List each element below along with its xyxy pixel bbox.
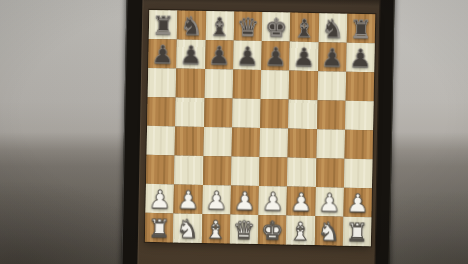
square-a1[interactable]: ♜ bbox=[145, 213, 174, 243]
square-a6[interactable] bbox=[148, 68, 177, 98]
square-c5[interactable] bbox=[204, 98, 233, 128]
piece-black-pawn[interactable]: ♟ bbox=[208, 42, 231, 68]
piece-white-knight[interactable]: ♞ bbox=[317, 218, 340, 244]
square-f7[interactable]: ♟ bbox=[289, 42, 318, 72]
square-c6[interactable] bbox=[204, 69, 233, 99]
piece-black-king[interactable]: ♚ bbox=[265, 14, 288, 40]
square-g8[interactable]: ♞ bbox=[318, 13, 347, 43]
square-e8[interactable]: ♚ bbox=[262, 12, 291, 42]
piece-white-pawn[interactable]: ♟ bbox=[318, 189, 341, 215]
piece-white-queen[interactable]: ♛ bbox=[233, 216, 256, 242]
square-g1[interactable]: ♞ bbox=[314, 216, 343, 246]
square-h7[interactable]: ♟ bbox=[346, 43, 375, 73]
square-d3[interactable] bbox=[231, 156, 260, 186]
square-e4[interactable] bbox=[260, 128, 289, 158]
square-g3[interactable] bbox=[315, 158, 344, 188]
piece-black-rook[interactable]: ♜ bbox=[152, 11, 175, 37]
square-f4[interactable] bbox=[288, 129, 317, 159]
piece-white-pawn[interactable]: ♟ bbox=[346, 189, 369, 215]
piece-white-pawn[interactable]: ♟ bbox=[205, 186, 228, 212]
square-e5[interactable] bbox=[260, 99, 289, 129]
piece-white-rook[interactable]: ♜ bbox=[148, 214, 171, 240]
square-g4[interactable] bbox=[316, 129, 345, 159]
piece-white-pawn[interactable]: ♟ bbox=[177, 186, 200, 212]
square-b7[interactable]: ♟ bbox=[176, 39, 205, 69]
square-c8[interactable]: ♝ bbox=[205, 11, 234, 41]
piece-black-pawn[interactable]: ♟ bbox=[236, 42, 259, 68]
piece-white-rook[interactable]: ♜ bbox=[346, 218, 369, 244]
square-c7[interactable]: ♟ bbox=[205, 40, 234, 70]
square-e3[interactable] bbox=[259, 157, 288, 187]
square-g6[interactable] bbox=[317, 71, 346, 101]
piece-white-bishop[interactable]: ♝ bbox=[289, 217, 312, 243]
chess-board: ♜♞♝♛♚♝♞♜♟♟♟♟♟♟♟♟♟♟♟♟♟♟♟♟♜♞♝♛♚♝♞♜ bbox=[145, 10, 375, 246]
piece-white-pawn[interactable]: ♟ bbox=[148, 185, 171, 211]
photo-frame: ♜♞♝♛♚♝♞♜♟♟♟♟♟♟♟♟♟♟♟♟♟♟♟♟♜♞♝♛♚♝♞♜ bbox=[0, 0, 468, 264]
square-d7[interactable]: ♟ bbox=[233, 41, 262, 71]
square-f1[interactable]: ♝ bbox=[286, 216, 315, 246]
square-a3[interactable] bbox=[146, 155, 175, 185]
square-b1[interactable]: ♞ bbox=[173, 213, 202, 243]
piece-white-pawn[interactable]: ♟ bbox=[290, 188, 313, 214]
square-f3[interactable] bbox=[287, 158, 316, 188]
square-d8[interactable]: ♛ bbox=[234, 12, 263, 42]
square-b5[interactable] bbox=[175, 97, 204, 127]
piece-black-bishop[interactable]: ♝ bbox=[293, 14, 316, 40]
piece-black-queen[interactable]: ♛ bbox=[236, 13, 259, 39]
square-f2[interactable]: ♟ bbox=[287, 187, 316, 217]
piece-black-pawn[interactable]: ♟ bbox=[349, 44, 372, 70]
piece-black-knight[interactable]: ♞ bbox=[180, 12, 203, 38]
square-d6[interactable] bbox=[232, 70, 261, 100]
chess-app-screen: ♜♞♝♛♚♝♞♜♟♟♟♟♟♟♟♟♟♟♟♟♟♟♟♟♜♞♝♛♚♝♞♜ bbox=[137, 0, 381, 264]
smartphone: ♜♞♝♛♚♝♞♜♟♟♟♟♟♟♟♟♟♟♟♟♟♟♟♟♜♞♝♛♚♝♞♜ bbox=[121, 0, 395, 264]
square-h4[interactable] bbox=[344, 130, 373, 160]
square-f5[interactable] bbox=[288, 100, 317, 130]
square-e7[interactable]: ♟ bbox=[261, 41, 290, 71]
piece-black-bishop[interactable]: ♝ bbox=[208, 13, 231, 39]
square-b3[interactable] bbox=[174, 155, 203, 185]
square-d4[interactable] bbox=[231, 127, 260, 157]
square-b8[interactable]: ♞ bbox=[177, 10, 206, 40]
piece-black-pawn[interactable]: ♟ bbox=[151, 40, 174, 66]
piece-white-knight[interactable]: ♞ bbox=[176, 215, 199, 241]
piece-black-pawn[interactable]: ♟ bbox=[264, 43, 287, 69]
piece-black-pawn[interactable]: ♟ bbox=[179, 41, 202, 67]
piece-white-bishop[interactable]: ♝ bbox=[204, 215, 227, 241]
piece-white-pawn[interactable]: ♟ bbox=[233, 187, 256, 213]
square-h1[interactable]: ♜ bbox=[343, 217, 372, 247]
square-a7[interactable]: ♟ bbox=[148, 39, 177, 69]
square-e2[interactable]: ♟ bbox=[258, 186, 287, 216]
piece-black-pawn[interactable]: ♟ bbox=[292, 43, 315, 69]
square-e6[interactable] bbox=[261, 70, 290, 100]
square-f8[interactable]: ♝ bbox=[290, 13, 319, 43]
square-d2[interactable]: ♟ bbox=[230, 185, 259, 215]
screen-top-shadow bbox=[143, 0, 379, 6]
square-f6[interactable] bbox=[289, 71, 318, 101]
piece-black-pawn[interactable]: ♟ bbox=[321, 44, 344, 70]
square-h3[interactable] bbox=[344, 159, 373, 189]
piece-white-king[interactable]: ♚ bbox=[261, 217, 284, 243]
square-c4[interactable] bbox=[203, 127, 232, 157]
square-d5[interactable] bbox=[232, 99, 261, 129]
square-a2[interactable]: ♟ bbox=[145, 184, 174, 214]
square-e1[interactable]: ♚ bbox=[258, 215, 287, 245]
square-b2[interactable]: ♟ bbox=[174, 184, 203, 214]
square-a4[interactable] bbox=[147, 126, 176, 156]
square-b4[interactable] bbox=[175, 126, 204, 156]
square-a5[interactable] bbox=[147, 97, 176, 127]
square-g5[interactable] bbox=[317, 100, 346, 130]
square-g2[interactable]: ♟ bbox=[315, 187, 344, 217]
square-b6[interactable] bbox=[176, 68, 205, 98]
square-g7[interactable]: ♟ bbox=[318, 42, 347, 72]
square-d1[interactable]: ♛ bbox=[230, 214, 259, 244]
piece-black-rook[interactable]: ♜ bbox=[349, 15, 372, 41]
square-h6[interactable] bbox=[345, 72, 374, 102]
square-c2[interactable]: ♟ bbox=[202, 185, 231, 215]
square-h5[interactable] bbox=[345, 101, 374, 131]
piece-white-pawn[interactable]: ♟ bbox=[261, 188, 284, 214]
square-h2[interactable]: ♟ bbox=[343, 188, 372, 218]
square-a8[interactable]: ♜ bbox=[149, 10, 178, 40]
square-c3[interactable] bbox=[202, 156, 231, 186]
piece-black-knight[interactable]: ♞ bbox=[321, 15, 344, 41]
square-h8[interactable]: ♜ bbox=[346, 14, 375, 44]
square-c1[interactable]: ♝ bbox=[201, 214, 230, 244]
